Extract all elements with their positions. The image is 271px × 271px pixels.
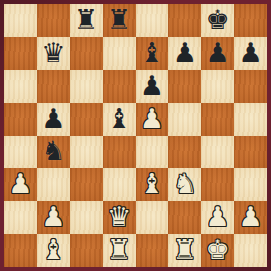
square-h2[interactable]: ♟ bbox=[234, 201, 267, 234]
square-d6[interactable] bbox=[103, 70, 136, 103]
square-b6[interactable] bbox=[37, 70, 70, 103]
chess-board: ♜♜♚♛♝♟♟♟♟♟♝♟♞♟♝♞♟♛♟♟♝♜♜♚ bbox=[4, 4, 267, 267]
square-d2[interactable]: ♛ bbox=[103, 201, 136, 234]
white-pawn: ♟ bbox=[140, 105, 164, 132]
square-f2[interactable] bbox=[168, 201, 201, 234]
square-a6[interactable] bbox=[4, 70, 37, 103]
square-h7[interactable]: ♟ bbox=[234, 37, 267, 70]
black-pawn: ♟ bbox=[173, 39, 197, 66]
white-bishop: ♝ bbox=[140, 170, 164, 197]
black-king: ♚ bbox=[206, 6, 230, 33]
square-h8[interactable] bbox=[234, 4, 267, 37]
square-h6[interactable] bbox=[234, 70, 267, 103]
black-pawn: ♟ bbox=[238, 39, 262, 66]
square-b1[interactable]: ♝ bbox=[37, 234, 70, 267]
square-e6[interactable]: ♟ bbox=[136, 70, 169, 103]
black-bishop: ♝ bbox=[140, 39, 164, 66]
square-g1[interactable]: ♚ bbox=[201, 234, 234, 267]
square-a5[interactable] bbox=[4, 103, 37, 136]
square-a2[interactable] bbox=[4, 201, 37, 234]
square-f7[interactable]: ♟ bbox=[168, 37, 201, 70]
black-pawn: ♟ bbox=[41, 105, 65, 132]
white-pawn: ♟ bbox=[238, 203, 262, 230]
square-g7[interactable]: ♟ bbox=[201, 37, 234, 70]
white-king: ♚ bbox=[206, 236, 230, 263]
square-a3[interactable]: ♟ bbox=[4, 168, 37, 201]
white-pawn: ♟ bbox=[41, 203, 65, 230]
square-f6[interactable] bbox=[168, 70, 201, 103]
black-rook: ♜ bbox=[74, 6, 98, 33]
square-g8[interactable]: ♚ bbox=[201, 4, 234, 37]
square-f5[interactable] bbox=[168, 103, 201, 136]
square-b2[interactable]: ♟ bbox=[37, 201, 70, 234]
square-h4[interactable] bbox=[234, 136, 267, 169]
square-c2[interactable] bbox=[70, 201, 103, 234]
square-b7[interactable]: ♛ bbox=[37, 37, 70, 70]
square-e8[interactable] bbox=[136, 4, 169, 37]
square-c3[interactable] bbox=[70, 168, 103, 201]
square-e1[interactable] bbox=[136, 234, 169, 267]
square-e7[interactable]: ♝ bbox=[136, 37, 169, 70]
square-h1[interactable] bbox=[234, 234, 267, 267]
square-d3[interactable] bbox=[103, 168, 136, 201]
square-b4[interactable]: ♞ bbox=[37, 136, 70, 169]
square-f3[interactable]: ♞ bbox=[168, 168, 201, 201]
square-c8[interactable]: ♜ bbox=[70, 4, 103, 37]
square-g6[interactable] bbox=[201, 70, 234, 103]
square-a8[interactable] bbox=[4, 4, 37, 37]
square-f1[interactable]: ♜ bbox=[168, 234, 201, 267]
square-d1[interactable]: ♜ bbox=[103, 234, 136, 267]
square-h5[interactable] bbox=[234, 103, 267, 136]
square-c7[interactable] bbox=[70, 37, 103, 70]
square-a7[interactable] bbox=[4, 37, 37, 70]
square-d5[interactable]: ♝ bbox=[103, 103, 136, 136]
square-c1[interactable] bbox=[70, 234, 103, 267]
black-bishop: ♝ bbox=[107, 105, 131, 132]
square-e5[interactable]: ♟ bbox=[136, 103, 169, 136]
black-rook: ♜ bbox=[107, 6, 131, 33]
square-g2[interactable]: ♟ bbox=[201, 201, 234, 234]
square-c5[interactable] bbox=[70, 103, 103, 136]
square-b3[interactable] bbox=[37, 168, 70, 201]
square-f8[interactable] bbox=[168, 4, 201, 37]
square-e2[interactable] bbox=[136, 201, 169, 234]
white-queen: ♛ bbox=[107, 203, 131, 230]
square-d4[interactable] bbox=[103, 136, 136, 169]
square-e3[interactable]: ♝ bbox=[136, 168, 169, 201]
square-g5[interactable] bbox=[201, 103, 234, 136]
square-a1[interactable] bbox=[4, 234, 37, 267]
square-e4[interactable] bbox=[136, 136, 169, 169]
square-f4[interactable] bbox=[168, 136, 201, 169]
white-rook: ♜ bbox=[107, 236, 131, 263]
white-rook: ♜ bbox=[173, 236, 197, 263]
square-g4[interactable] bbox=[201, 136, 234, 169]
square-a4[interactable] bbox=[4, 136, 37, 169]
square-b5[interactable]: ♟ bbox=[37, 103, 70, 136]
black-pawn: ♟ bbox=[206, 39, 230, 66]
square-g3[interactable] bbox=[201, 168, 234, 201]
white-bishop: ♝ bbox=[41, 236, 65, 263]
white-pawn: ♟ bbox=[8, 170, 32, 197]
board-frame: ♜♜♚♛♝♟♟♟♟♟♝♟♞♟♝♞♟♛♟♟♝♜♜♚ bbox=[0, 0, 271, 271]
white-knight: ♞ bbox=[173, 170, 197, 197]
square-c6[interactable] bbox=[70, 70, 103, 103]
square-h3[interactable] bbox=[234, 168, 267, 201]
black-queen: ♛ bbox=[41, 39, 65, 66]
square-d8[interactable]: ♜ bbox=[103, 4, 136, 37]
black-pawn: ♟ bbox=[140, 72, 164, 99]
black-knight: ♞ bbox=[41, 137, 65, 164]
white-pawn: ♟ bbox=[206, 203, 230, 230]
square-c4[interactable] bbox=[70, 136, 103, 169]
square-d7[interactable] bbox=[103, 37, 136, 70]
square-b8[interactable] bbox=[37, 4, 70, 37]
